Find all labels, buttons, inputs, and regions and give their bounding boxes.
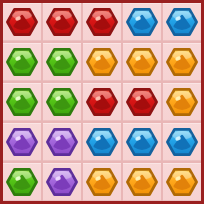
orange-gem-icon: [165, 167, 199, 197]
cell-r5c2-purple-gem[interactable]: [43, 163, 81, 201]
orange-gem-icon: [125, 47, 159, 77]
red-gem-icon: [45, 7, 79, 37]
orange-gem-icon: [125, 167, 159, 197]
green-gem-icon: [45, 47, 79, 77]
cell-r3c3-red-gem[interactable]: [83, 83, 121, 121]
blue-gem-icon: [125, 127, 159, 157]
blue-gem-icon: [165, 127, 199, 157]
cell-r4c4-blue-gem[interactable]: [123, 123, 161, 161]
orange-gem-icon: [165, 47, 199, 77]
orange-gem-icon: [85, 47, 119, 77]
green-gem-icon: [45, 87, 79, 117]
cell-r1c2-red-gem[interactable]: [43, 3, 81, 41]
red-gem-icon: [85, 7, 119, 37]
cell-r5c5-orange-gem[interactable]: [163, 163, 201, 201]
cell-r4c1-purple-gem[interactable]: [3, 123, 41, 161]
red-gem-icon: [85, 87, 119, 117]
purple-gem-icon: [5, 127, 39, 157]
cell-r4c3-blue-gem[interactable]: [83, 123, 121, 161]
cell-r3c2-green-gem[interactable]: [43, 83, 81, 121]
cell-r2c2-green-gem[interactable]: [43, 43, 81, 81]
cell-r1c4-blue-gem[interactable]: [123, 3, 161, 41]
cell-r1c5-blue-gem[interactable]: [163, 3, 201, 41]
green-gem-icon: [5, 167, 39, 197]
red-gem-icon: [5, 7, 39, 37]
cell-r1c3-red-gem[interactable]: [83, 3, 121, 41]
cell-r3c1-green-gem[interactable]: [3, 83, 41, 121]
orange-gem-icon: [165, 87, 199, 117]
cell-r2c1-green-gem[interactable]: [3, 43, 41, 81]
blue-gem-icon: [165, 7, 199, 37]
cell-r1c1-red-gem[interactable]: [3, 3, 41, 41]
cell-r5c1-green-gem[interactable]: [3, 163, 41, 201]
cell-r4c5-blue-gem[interactable]: [163, 123, 201, 161]
cell-r3c4-red-gem[interactable]: [123, 83, 161, 121]
cell-r5c3-orange-gem[interactable]: [83, 163, 121, 201]
cell-r4c2-purple-gem[interactable]: [43, 123, 81, 161]
game-board: [0, 0, 204, 204]
green-gem-icon: [5, 87, 39, 117]
green-gem-icon: [5, 47, 39, 77]
cell-r2c3-orange-gem[interactable]: [83, 43, 121, 81]
cell-r2c5-orange-gem[interactable]: [163, 43, 201, 81]
blue-gem-icon: [85, 127, 119, 157]
cell-r5c4-orange-gem[interactable]: [123, 163, 161, 201]
cell-r3c5-orange-gem[interactable]: [163, 83, 201, 121]
purple-gem-icon: [45, 167, 79, 197]
red-gem-icon: [125, 87, 159, 117]
game-screen: [0, 0, 204, 204]
orange-gem-icon: [85, 167, 119, 197]
cell-r2c4-orange-gem[interactable]: [123, 43, 161, 81]
blue-gem-icon: [125, 7, 159, 37]
purple-gem-icon: [45, 127, 79, 157]
